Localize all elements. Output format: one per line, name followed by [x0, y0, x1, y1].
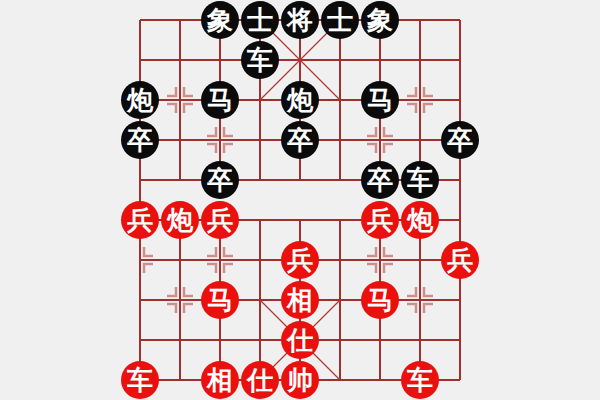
board-point[interactable] — [400, 240, 440, 280]
piece-black-chariot[interactable]: 车 — [241, 41, 279, 79]
piece-red-cannon[interactable]: 炮 — [161, 201, 199, 239]
board-point[interactable] — [160, 280, 200, 320]
piece-red-advisor[interactable]: 仕 — [241, 361, 279, 399]
xiangqi-board: 象士将士象车炮马炮马卒卒卒卒卒车兵炮兵兵炮兵兵马相马仕车相仕帅车 — [0, 0, 600, 400]
board-point[interactable] — [160, 120, 200, 160]
board-point[interactable] — [160, 240, 200, 280]
piece-red-king[interactable]: 帅 — [281, 361, 319, 399]
board-point[interactable]: 相 — [200, 360, 240, 400]
piece-red-chariot[interactable]: 车 — [121, 361, 159, 399]
board-point[interactable]: 马 — [200, 280, 240, 320]
board-point[interactable] — [240, 320, 280, 360]
board-point[interactable]: 卒 — [360, 160, 400, 200]
board-grid: 象士将士象车炮马炮马卒卒卒卒卒车兵炮兵兵炮兵兵马相马仕车相仕帅车 — [120, 0, 480, 400]
board-point[interactable] — [120, 280, 160, 320]
piece-black-pawn[interactable]: 卒 — [281, 121, 319, 159]
board-point[interactable]: 象 — [360, 0, 400, 40]
board-point[interactable] — [160, 360, 200, 400]
board-point[interactable] — [120, 320, 160, 360]
piece-black-elephant[interactable]: 象 — [201, 1, 239, 39]
board-point[interactable]: 车 — [120, 360, 160, 400]
piece-black-horse[interactable]: 马 — [201, 81, 239, 119]
board-point[interactable] — [120, 0, 160, 40]
board-point[interactable] — [320, 160, 360, 200]
piece-black-king[interactable]: 将 — [281, 1, 319, 39]
board-point[interactable] — [280, 160, 320, 200]
board-point[interactable] — [160, 160, 200, 200]
board-point[interactable] — [240, 240, 280, 280]
board-point[interactable] — [400, 280, 440, 320]
board-point[interactable] — [440, 80, 480, 120]
board-point[interactable]: 炮 — [280, 80, 320, 120]
board-point[interactable] — [320, 200, 360, 240]
board-point[interactable]: 士 — [320, 0, 360, 40]
board-point[interactable] — [360, 120, 400, 160]
board-point[interactable]: 兵 — [280, 240, 320, 280]
board-point[interactable]: 士 — [240, 0, 280, 40]
board-point[interactable] — [320, 280, 360, 320]
board-point[interactable]: 车 — [400, 160, 440, 200]
piece-black-elephant[interactable]: 象 — [361, 1, 399, 39]
board-point[interactable]: 炮 — [120, 80, 160, 120]
board-point[interactable] — [200, 120, 240, 160]
piece-red-pawn[interactable]: 兵 — [201, 201, 239, 239]
board-point[interactable] — [240, 200, 280, 240]
board-point[interactable]: 卒 — [440, 120, 480, 160]
board-point[interactable] — [320, 360, 360, 400]
board-point[interactable]: 相 — [280, 280, 320, 320]
piece-red-horse[interactable]: 马 — [201, 281, 239, 319]
board-point[interactable] — [240, 160, 280, 200]
piece-black-pawn[interactable]: 卒 — [201, 161, 239, 199]
piece-black-chariot[interactable]: 车 — [401, 161, 439, 199]
piece-black-cannon[interactable]: 炮 — [121, 81, 159, 119]
board-point[interactable] — [400, 40, 440, 80]
board-point[interactable] — [320, 80, 360, 120]
piece-red-elephant[interactable]: 相 — [281, 281, 319, 319]
board-point[interactable]: 炮 — [400, 200, 440, 240]
piece-black-advisor[interactable]: 士 — [241, 1, 279, 39]
board-point[interactable] — [440, 40, 480, 80]
board-point[interactable] — [320, 240, 360, 280]
board-point[interactable] — [400, 120, 440, 160]
piece-black-pawn[interactable]: 卒 — [121, 121, 159, 159]
board-point[interactable] — [160, 40, 200, 80]
board-point[interactable] — [440, 280, 480, 320]
board-point[interactable]: 象 — [200, 0, 240, 40]
board-point[interactable] — [120, 240, 160, 280]
board-point[interactable] — [160, 80, 200, 120]
piece-black-advisor[interactable]: 士 — [321, 1, 359, 39]
piece-red-pawn[interactable]: 兵 — [441, 241, 479, 279]
board-point[interactable]: 将 — [280, 0, 320, 40]
board-point[interactable] — [160, 320, 200, 360]
board-point[interactable] — [440, 320, 480, 360]
board-point[interactable] — [240, 80, 280, 120]
board-point[interactable] — [440, 0, 480, 40]
board-point[interactable] — [320, 40, 360, 80]
board-point[interactable] — [440, 360, 480, 400]
board-point[interactable] — [200, 320, 240, 360]
board-point[interactable] — [240, 280, 280, 320]
board-point[interactable]: 卒 — [280, 120, 320, 160]
piece-black-pawn[interactable]: 卒 — [441, 121, 479, 159]
board-point[interactable]: 卒 — [200, 160, 240, 200]
board-point[interactable]: 车 — [400, 360, 440, 400]
board-point[interactable] — [400, 320, 440, 360]
piece-red-horse[interactable]: 马 — [361, 281, 399, 319]
board-point[interactable]: 帅 — [280, 360, 320, 400]
board-point[interactable] — [240, 120, 280, 160]
board-point[interactable] — [120, 160, 160, 200]
board-point[interactable] — [360, 240, 400, 280]
board-point[interactable]: 卒 — [120, 120, 160, 160]
board-point[interactable]: 兵 — [360, 200, 400, 240]
board-point[interactable]: 仕 — [280, 320, 320, 360]
piece-red-pawn[interactable]: 兵 — [121, 201, 159, 239]
board-point[interactable] — [160, 0, 200, 40]
board-point[interactable]: 兵 — [440, 240, 480, 280]
piece-red-cannon[interactable]: 炮 — [401, 201, 439, 239]
board-point[interactable] — [200, 40, 240, 80]
piece-black-horse[interactable]: 马 — [361, 81, 399, 119]
board-point[interactable] — [400, 80, 440, 120]
board-point[interactable] — [280, 200, 320, 240]
piece-black-pawn[interactable]: 卒 — [361, 161, 399, 199]
piece-black-cannon[interactable]: 炮 — [281, 81, 319, 119]
piece-red-advisor[interactable]: 仕 — [281, 321, 319, 359]
board-point[interactable] — [360, 320, 400, 360]
board-point[interactable]: 兵 — [120, 200, 160, 240]
board-point[interactable]: 马 — [360, 280, 400, 320]
piece-red-elephant[interactable]: 相 — [201, 361, 239, 399]
board-point[interactable]: 马 — [360, 80, 400, 120]
board-point[interactable] — [280, 40, 320, 80]
board-point[interactable] — [440, 160, 480, 200]
board-point[interactable] — [360, 360, 400, 400]
board-point[interactable]: 仕 — [240, 360, 280, 400]
board-point[interactable]: 车 — [240, 40, 280, 80]
board-point[interactable]: 马 — [200, 80, 240, 120]
board-point[interactable] — [320, 120, 360, 160]
piece-red-pawn[interactable]: 兵 — [361, 201, 399, 239]
board-point[interactable] — [200, 240, 240, 280]
board-point[interactable] — [400, 0, 440, 40]
board-point[interactable] — [120, 40, 160, 80]
board-point[interactable] — [360, 40, 400, 80]
board-point[interactable] — [440, 200, 480, 240]
piece-red-pawn[interactable]: 兵 — [281, 241, 319, 279]
board-point[interactable] — [320, 320, 360, 360]
board-point[interactable]: 兵 — [200, 200, 240, 240]
board-point[interactable]: 炮 — [160, 200, 200, 240]
piece-red-chariot[interactable]: 车 — [401, 361, 439, 399]
